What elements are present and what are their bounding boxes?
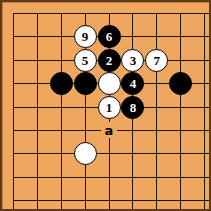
stone-white-plain-4-7	[74, 142, 97, 165]
grid-vline-2	[37, 13, 38, 209]
stone-move-number: 3	[130, 49, 137, 72]
stone-white-move-9: 9	[74, 25, 97, 48]
grid-hline-1	[13, 13, 209, 14]
stone-black-plain-4-4	[74, 72, 97, 95]
board-frame-bevel-left	[2, 2, 3, 209]
point-label-text: a	[105, 123, 114, 138]
stone-black-move-6: 6	[98, 25, 121, 48]
grid-hline-8	[13, 177, 209, 178]
grid-hline-7	[13, 153, 209, 154]
stone-move-number: 7	[154, 49, 161, 72]
stone-move-number: 6	[106, 25, 113, 48]
grid-vline-1	[13, 13, 14, 209]
board-frame-bevel-top	[2, 2, 209, 3]
grid-vline-3	[61, 13, 62, 209]
stone-white-move-5: 5	[74, 49, 97, 72]
grid-vline-8	[180, 13, 181, 209]
grid-hline-9	[13, 200, 209, 201]
stone-white-move-7: 7	[145, 49, 168, 72]
stone-move-number: 4	[130, 72, 137, 95]
stone-move-number: 1	[106, 96, 113, 119]
stone-move-number: 5	[82, 49, 89, 72]
board-frame-right	[209, 0, 211, 211]
grid-vline-7	[156, 13, 157, 209]
stone-move-number: 9	[82, 25, 89, 48]
stone-move-number: 2	[106, 49, 113, 72]
stone-white-plain-5-4	[98, 72, 121, 95]
go-corner-diagram: 965237418a	[0, 0, 211, 211]
board-frame-bottom	[0, 209, 211, 211]
stone-black-plain-3-4	[50, 72, 73, 95]
stone-black-move-8: 8	[121, 96, 144, 119]
point-label-a: a	[101, 122, 117, 138]
stone-white-move-1: 1	[98, 96, 121, 119]
stone-move-number: 8	[130, 96, 137, 119]
grid-vline-9	[204, 13, 205, 209]
stone-black-move-2: 2	[98, 49, 121, 72]
